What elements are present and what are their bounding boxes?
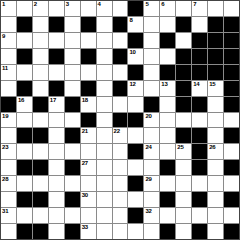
black-cell <box>81 113 96 128</box>
clue-number: 18 <box>82 97 88 104</box>
grid-cell[interactable] <box>113 160 128 175</box>
black-cell <box>224 33 239 48</box>
grid-cell[interactable] <box>33 65 48 80</box>
clue-number: 19 <box>2 113 8 120</box>
clue-number: 10 <box>129 49 135 56</box>
grid-cell[interactable]: 10 <box>128 49 143 64</box>
grid-cell[interactable] <box>97 65 112 80</box>
grid-cell[interactable] <box>97 208 112 223</box>
grid-cell[interactable]: 30 <box>81 192 96 207</box>
black-cell <box>1 97 16 112</box>
clue-number: 13 <box>161 81 167 88</box>
grid-cell[interactable]: 22 <box>113 128 128 143</box>
grid-cell[interactable] <box>208 192 223 207</box>
grid-cell[interactable] <box>49 1 64 16</box>
grid-cell[interactable] <box>113 97 128 112</box>
grid-cell[interactable]: 20 <box>144 113 159 128</box>
black-cell <box>224 128 239 143</box>
grid-cell[interactable] <box>113 176 128 191</box>
black-cell <box>176 65 191 80</box>
grid-cell[interactable] <box>144 65 159 80</box>
black-cell <box>65 224 80 239</box>
black-cell <box>208 49 223 64</box>
black-cell <box>176 97 191 112</box>
black-cell <box>192 65 207 80</box>
grid-cell[interactable] <box>81 65 96 80</box>
grid-cell[interactable] <box>33 49 48 64</box>
clue-number: 3 <box>66 1 69 8</box>
grid-cell[interactable] <box>128 160 143 175</box>
black-cell <box>113 17 128 32</box>
grid-cell[interactable] <box>224 1 239 16</box>
black-cell <box>224 160 239 175</box>
grid-cell[interactable]: 12 <box>128 81 143 96</box>
grid-cell[interactable] <box>65 49 80 64</box>
black-cell <box>128 1 143 16</box>
grid-cell[interactable] <box>160 97 175 112</box>
grid-cell[interactable] <box>224 113 239 128</box>
grid-cell[interactable] <box>192 113 207 128</box>
grid-cell[interactable] <box>97 176 112 191</box>
black-cell <box>192 128 207 143</box>
black-cell <box>128 176 143 191</box>
grid-cell[interactable] <box>113 33 128 48</box>
grid-cell[interactable] <box>49 176 64 191</box>
black-cell <box>128 113 143 128</box>
black-cell <box>81 17 96 32</box>
grid-cell[interactable] <box>1 49 16 64</box>
grid-cell[interactable]: 3 <box>65 1 80 16</box>
grid-cell[interactable]: 27 <box>81 160 96 175</box>
grid-cell[interactable]: 13 <box>160 81 175 96</box>
black-cell <box>160 160 175 175</box>
grid-cell[interactable]: 25 <box>176 144 191 159</box>
grid-cell[interactable]: 21 <box>81 128 96 143</box>
clue-number: 29 <box>145 176 151 183</box>
grid-cell[interactable] <box>144 33 159 48</box>
black-cell <box>65 160 80 175</box>
black-cell <box>33 224 48 239</box>
grid-cell[interactable] <box>113 65 128 80</box>
clue-number: 25 <box>177 144 183 151</box>
grid-cell[interactable]: 9 <box>1 33 16 48</box>
black-cell <box>17 128 32 143</box>
grid-cell[interactable]: 19 <box>1 113 16 128</box>
clue-number: 12 <box>129 81 135 88</box>
grid-cell[interactable] <box>160 128 175 143</box>
grid-cell[interactable] <box>49 113 64 128</box>
grid-cell[interactable] <box>33 144 48 159</box>
grid-cell[interactable]: 14 <box>192 81 207 96</box>
clue-number: 1 <box>2 1 5 8</box>
black-cell <box>17 160 32 175</box>
crossword-grid: 1234567891011121314151617181920212223242… <box>0 0 240 240</box>
black-cell <box>208 33 223 48</box>
grid-cell[interactable] <box>49 160 64 175</box>
grid-cell[interactable] <box>49 224 64 239</box>
clue-number: 32 <box>145 208 151 215</box>
black-cell <box>33 97 48 112</box>
grid-cell[interactable]: 8 <box>128 17 143 32</box>
clue-number: 22 <box>114 128 120 135</box>
grid-cell[interactable] <box>144 81 159 96</box>
grid-cell[interactable] <box>176 113 191 128</box>
grid-cell[interactable] <box>144 17 159 32</box>
grid-cell[interactable] <box>97 113 112 128</box>
black-cell <box>192 49 207 64</box>
grid-cell[interactable] <box>208 208 223 223</box>
black-cell <box>17 192 32 207</box>
grid-cell[interactable] <box>144 128 159 143</box>
grid-cell[interactable]: 17 <box>49 97 64 112</box>
grid-cell[interactable]: 5 <box>144 1 159 16</box>
grid-cell[interactable] <box>17 113 32 128</box>
grid-cell[interactable] <box>81 33 96 48</box>
grid-cell[interactable] <box>81 176 96 191</box>
grid-cell[interactable] <box>176 1 191 16</box>
black-cell <box>192 144 207 159</box>
clue-number: 7 <box>193 1 196 8</box>
grid-cell[interactable]: 16 <box>17 97 32 112</box>
black-cell <box>144 97 159 112</box>
grid-cell[interactable]: 23 <box>1 144 16 159</box>
grid-cell[interactable] <box>97 160 112 175</box>
grid-cell[interactable]: 1 <box>1 1 16 16</box>
grid-cell[interactable] <box>81 144 96 159</box>
black-cell <box>49 49 64 64</box>
grid-cell[interactable]: 24 <box>144 144 159 159</box>
grid-cell[interactable]: 11 <box>1 65 16 80</box>
black-cell <box>224 49 239 64</box>
black-cell <box>224 65 239 80</box>
black-cell <box>192 224 207 239</box>
clue-number: 11 <box>2 65 8 72</box>
black-cell <box>65 128 80 143</box>
black-cell <box>208 17 223 32</box>
grid-cell[interactable] <box>1 128 16 143</box>
grid-cell[interactable]: 18 <box>81 97 96 112</box>
grid-cell[interactable] <box>128 192 143 207</box>
clue-number: 24 <box>145 144 151 151</box>
grid-cell[interactable] <box>49 208 64 223</box>
grid-cell[interactable] <box>97 224 112 239</box>
grid-cell[interactable] <box>97 49 112 64</box>
grid-cell[interactable] <box>33 81 48 96</box>
clue-number: 21 <box>82 128 88 135</box>
black-cell <box>128 65 143 80</box>
grid-cell[interactable] <box>176 176 191 191</box>
black-cell <box>208 65 223 80</box>
clue-number: 20 <box>145 113 151 120</box>
grid-cell[interactable] <box>33 208 48 223</box>
grid-cell[interactable] <box>192 176 207 191</box>
grid-cell[interactable] <box>1 192 16 207</box>
grid-cell[interactable] <box>17 176 32 191</box>
grid-cell[interactable] <box>17 65 32 80</box>
black-cell <box>192 192 207 207</box>
grid-cell[interactable]: 29 <box>144 176 159 191</box>
grid-cell[interactable]: 32 <box>144 208 159 223</box>
black-cell <box>224 17 239 32</box>
black-cell <box>128 144 143 159</box>
grid-cell[interactable]: 26 <box>208 144 223 159</box>
black-cell <box>33 160 48 175</box>
clue-number: 4 <box>98 1 101 8</box>
black-cell <box>192 97 207 112</box>
grid-cell[interactable]: 6 <box>160 1 175 16</box>
grid-cell[interactable] <box>97 33 112 48</box>
grid-cell[interactable] <box>1 224 16 239</box>
grid-cell[interactable] <box>128 224 143 239</box>
black-cell <box>224 192 239 207</box>
grid-cell[interactable] <box>224 176 239 191</box>
black-cell <box>49 17 64 32</box>
grid-cell[interactable] <box>144 224 159 239</box>
black-cell <box>224 224 239 239</box>
grid-cell[interactable] <box>208 113 223 128</box>
grid-cell[interactable] <box>97 192 112 207</box>
grid-cell[interactable] <box>1 81 16 96</box>
grid-cell[interactable] <box>208 176 223 191</box>
grid-cell[interactable]: 33 <box>81 224 96 239</box>
grid-cell[interactable] <box>1 160 16 175</box>
black-cell <box>176 81 191 96</box>
grid-cell[interactable] <box>17 144 32 159</box>
clue-number: 33 <box>82 224 88 231</box>
grid-cell[interactable] <box>160 113 175 128</box>
black-cell <box>113 49 128 64</box>
grid-cell[interactable] <box>144 192 159 207</box>
grid-cell[interactable] <box>160 144 175 159</box>
black-cell <box>113 81 128 96</box>
grid-cell[interactable] <box>176 208 191 223</box>
grid-cell[interactable] <box>65 144 80 159</box>
black-cell <box>65 97 80 112</box>
grid-cell[interactable] <box>160 208 175 223</box>
black-cell <box>113 113 128 128</box>
black-cell <box>33 128 48 143</box>
clue-number: 2 <box>34 1 37 8</box>
clue-number: 8 <box>129 17 132 24</box>
grid-cell[interactable] <box>113 208 128 223</box>
black-cell <box>33 192 48 207</box>
grid-cell[interactable] <box>224 144 239 159</box>
clue-number: 14 <box>193 81 199 88</box>
grid-cell[interactable] <box>144 160 159 175</box>
black-cell <box>176 17 191 32</box>
grid-cell[interactable] <box>17 1 32 16</box>
clue-number: 6 <box>161 1 164 8</box>
black-cell <box>81 49 96 64</box>
grid-cell[interactable] <box>192 17 207 32</box>
grid-cell[interactable] <box>113 192 128 207</box>
black-cell <box>224 81 239 96</box>
grid-cell[interactable] <box>97 17 112 32</box>
clue-number: 23 <box>2 144 8 151</box>
grid-cell[interactable] <box>1 17 16 32</box>
grid-cell[interactable] <box>160 49 175 64</box>
grid-cell[interactable] <box>33 176 48 191</box>
grid-cell[interactable] <box>176 160 191 175</box>
grid-cell[interactable] <box>97 81 112 96</box>
grid-cell[interactable]: 15 <box>208 81 223 96</box>
clue-number: 30 <box>82 192 88 199</box>
grid-cell[interactable] <box>160 176 175 191</box>
grid-cell[interactable] <box>97 128 112 143</box>
grid-cell[interactable] <box>208 1 223 16</box>
black-cell <box>176 49 191 64</box>
grid-cell[interactable] <box>208 160 223 175</box>
black-cell <box>176 128 191 143</box>
grid-cell[interactable] <box>176 224 191 239</box>
grid-cell[interactable] <box>176 192 191 207</box>
black-cell <box>128 208 143 223</box>
black-cell <box>17 17 32 32</box>
grid-cell[interactable] <box>192 208 207 223</box>
clue-number: 28 <box>2 176 8 183</box>
grid-cell[interactable] <box>49 192 64 207</box>
black-cell <box>17 224 32 239</box>
clue-number: 9 <box>2 33 5 40</box>
grid-cell[interactable] <box>65 208 80 223</box>
grid-cell[interactable]: 31 <box>1 208 16 223</box>
grid-cell[interactable] <box>33 33 48 48</box>
black-cell <box>160 33 175 48</box>
grid-cell[interactable] <box>65 33 80 48</box>
grid-cell[interactable] <box>33 17 48 32</box>
black-cell <box>49 81 64 96</box>
grid-cell[interactable] <box>113 224 128 239</box>
black-cell <box>65 192 80 207</box>
grid-cell[interactable] <box>208 128 223 143</box>
clue-number: 5 <box>145 1 148 8</box>
black-cell <box>128 33 143 48</box>
black-cell <box>17 49 32 64</box>
grid-cell[interactable] <box>224 208 239 223</box>
grid-cell[interactable] <box>49 144 64 159</box>
grid-cell[interactable]: 4 <box>97 1 112 16</box>
grid-cell[interactable] <box>49 33 64 48</box>
grid-cell[interactable]: 2 <box>33 1 48 16</box>
grid-cell[interactable] <box>128 97 143 112</box>
clue-number: 17 <box>50 97 56 104</box>
grid-cell[interactable] <box>97 144 112 159</box>
grid-cell[interactable] <box>81 208 96 223</box>
black-cell <box>160 224 175 239</box>
black-cell <box>160 65 175 80</box>
grid-cell[interactable] <box>65 65 80 80</box>
grid-cell[interactable]: 28 <box>1 176 16 191</box>
grid-cell[interactable] <box>113 144 128 159</box>
grid-cell[interactable] <box>65 81 80 96</box>
grid-cell[interactable] <box>208 224 223 239</box>
black-cell <box>192 160 207 175</box>
grid-cell[interactable] <box>128 128 143 143</box>
grid-cell[interactable] <box>160 17 175 32</box>
clue-number: 27 <box>82 160 88 167</box>
grid-cell[interactable] <box>49 65 64 80</box>
black-cell <box>192 33 207 48</box>
black-cell <box>17 81 32 96</box>
crossword-page: 1234567891011121314151617181920212223242… <box>0 0 240 240</box>
grid-cell[interactable] <box>49 128 64 143</box>
grid-cell[interactable] <box>113 1 128 16</box>
grid-cell[interactable] <box>33 113 48 128</box>
grid-cell[interactable] <box>144 49 159 64</box>
black-cell <box>224 97 239 112</box>
black-cell <box>160 192 175 207</box>
black-cell <box>81 81 96 96</box>
grid-cell[interactable] <box>65 113 80 128</box>
grid-cell[interactable] <box>17 33 32 48</box>
clue-number: 16 <box>18 97 24 104</box>
grid-cell[interactable]: 7 <box>192 1 207 16</box>
grid-cell[interactable] <box>176 33 191 48</box>
clue-number: 26 <box>209 144 215 151</box>
grid-cell[interactable] <box>17 208 32 223</box>
grid-cell[interactable] <box>65 17 80 32</box>
grid-cell[interactable] <box>208 97 223 112</box>
clue-number: 31 <box>2 208 8 215</box>
grid-cell[interactable] <box>65 176 80 191</box>
grid-cell[interactable] <box>81 1 96 16</box>
grid-cell[interactable] <box>97 97 112 112</box>
clue-number: 15 <box>209 81 215 88</box>
